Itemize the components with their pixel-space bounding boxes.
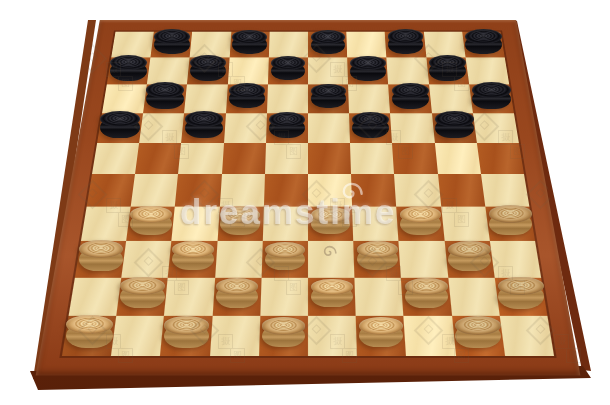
square-6-9[interactable]: [438, 174, 486, 207]
square-1-3[interactable]: [190, 32, 231, 58]
square-4-8[interactable]: [390, 113, 434, 143]
square-2-2[interactable]: [147, 58, 190, 85]
square-9-10[interactable]: [494, 277, 547, 315]
square-9-9[interactable]: [448, 277, 500, 315]
square-4-6[interactable]: [308, 113, 350, 143]
square-8-2[interactable]: [122, 241, 172, 277]
stock-stamp-icon: 摄图: [582, 250, 610, 302]
square-3-1[interactable]: [102, 85, 147, 113]
square-7-4[interactable]: [217, 207, 264, 241]
square-4-2[interactable]: [139, 113, 184, 143]
square-2-3[interactable]: [187, 58, 229, 85]
square-1-8[interactable]: [385, 32, 426, 58]
square-6-10[interactable]: [481, 174, 530, 207]
square-2-6[interactable]: [308, 58, 348, 85]
square-5-10[interactable]: [477, 143, 524, 174]
square-1-7[interactable]: [346, 32, 386, 58]
square-1-9[interactable]: [423, 32, 465, 58]
square-9-4[interactable]: [212, 277, 261, 315]
square-7-9[interactable]: [441, 207, 490, 241]
square-9-5[interactable]: [260, 277, 308, 315]
square-5-8[interactable]: [392, 143, 437, 174]
square-5-1[interactable]: [92, 143, 139, 174]
square-3-2[interactable]: [143, 85, 187, 113]
square-10-4[interactable]: [210, 316, 261, 356]
square-6-3[interactable]: [175, 174, 221, 207]
square-7-10[interactable]: [485, 207, 535, 241]
square-3-10[interactable]: [469, 85, 514, 113]
square-9-2[interactable]: [116, 277, 168, 315]
square-10-7[interactable]: [356, 316, 407, 356]
square-3-7[interactable]: [348, 85, 390, 113]
square-4-5[interactable]: [266, 113, 308, 143]
square-6-1[interactable]: [87, 174, 136, 207]
stock-stamp-icon: 摄图: [582, 114, 610, 166]
square-3-8[interactable]: [388, 85, 431, 113]
square-4-10[interactable]: [473, 113, 519, 143]
square-4-9[interactable]: [432, 113, 477, 143]
square-1-4[interactable]: [229, 32, 269, 58]
square-9-7[interactable]: [355, 277, 404, 315]
square-2-4[interactable]: [227, 58, 268, 85]
square-7-8[interactable]: [397, 207, 445, 241]
square-1-10[interactable]: [462, 32, 505, 58]
square-10-2[interactable]: [111, 316, 164, 356]
square-9-3[interactable]: [164, 277, 214, 315]
square-7-6[interactable]: [308, 207, 353, 241]
square-2-10[interactable]: [465, 58, 509, 85]
square-10-6[interactable]: [308, 316, 357, 356]
stock-stamp-icon: 摄图: [526, 46, 586, 98]
square-3-3[interactable]: [184, 85, 227, 113]
square-8-4[interactable]: [215, 241, 263, 277]
square-8-7[interactable]: [353, 241, 401, 277]
square-8-5[interactable]: [261, 241, 308, 277]
square-1-5[interactable]: [269, 32, 308, 58]
square-5-9[interactable]: [435, 143, 481, 174]
square-8-9[interactable]: [444, 241, 494, 277]
square-10-3[interactable]: [160, 316, 212, 356]
square-8-3[interactable]: [168, 241, 217, 277]
square-10-1[interactable]: [62, 316, 117, 356]
square-10-5[interactable]: [259, 316, 308, 356]
square-6-5[interactable]: [264, 174, 308, 207]
square-5-5[interactable]: [265, 143, 308, 174]
square-7-5[interactable]: [263, 207, 308, 241]
square-4-7[interactable]: [349, 113, 392, 143]
square-7-7[interactable]: [352, 207, 399, 241]
square-5-3[interactable]: [178, 143, 223, 174]
checkers-board-photo: 摄图摄图摄图摄图摄图摄图摄图摄图摄图摄图摄图摄图摄图摄图摄图摄图摄图摄图摄图摄图…: [0, 0, 610, 405]
square-6-7[interactable]: [351, 174, 396, 207]
square-5-6[interactable]: [308, 143, 351, 174]
square-3-4[interactable]: [226, 85, 268, 113]
square-5-7[interactable]: [350, 143, 394, 174]
square-4-3[interactable]: [181, 113, 225, 143]
square-9-8[interactable]: [401, 277, 451, 315]
square-7-2[interactable]: [126, 207, 175, 241]
square-1-2[interactable]: [151, 32, 193, 58]
square-10-8[interactable]: [404, 316, 456, 356]
square-4-4[interactable]: [224, 113, 267, 143]
square-6-4[interactable]: [219, 174, 264, 207]
square-7-3[interactable]: [172, 207, 220, 241]
square-4-1[interactable]: [97, 113, 143, 143]
square-2-1[interactable]: [107, 58, 151, 85]
square-2-7[interactable]: [347, 58, 388, 85]
square-8-1[interactable]: [75, 241, 126, 277]
square-9-1[interactable]: [69, 277, 122, 315]
square-3-6[interactable]: [308, 85, 349, 113]
square-6-6[interactable]: [308, 174, 352, 207]
square-3-9[interactable]: [429, 85, 473, 113]
square-2-5[interactable]: [268, 58, 308, 85]
square-5-2[interactable]: [135, 143, 181, 174]
square-9-6[interactable]: [308, 277, 356, 315]
square-7-1[interactable]: [81, 207, 131, 241]
board-grid: [62, 32, 554, 356]
square-3-5[interactable]: [267, 85, 308, 113]
square-5-4[interactable]: [222, 143, 266, 174]
draughts-board: [36, 20, 581, 375]
square-2-9[interactable]: [426, 58, 469, 85]
square-8-8[interactable]: [399, 241, 448, 277]
square-8-6[interactable]: [308, 241, 355, 277]
square-10-10[interactable]: [500, 316, 555, 356]
square-6-2[interactable]: [131, 174, 179, 207]
square-10-9[interactable]: [452, 316, 505, 356]
square-1-1[interactable]: [111, 32, 154, 58]
square-8-10[interactable]: [490, 241, 541, 277]
square-1-6[interactable]: [308, 32, 347, 58]
square-6-8[interactable]: [394, 174, 440, 207]
square-2-8[interactable]: [387, 58, 429, 85]
